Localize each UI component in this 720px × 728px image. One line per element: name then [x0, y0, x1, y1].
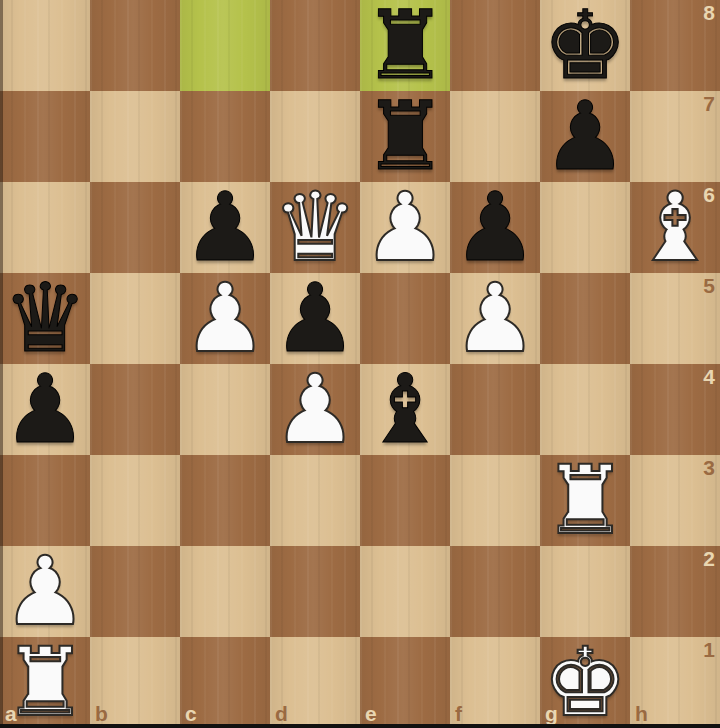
piece-black-pawn[interactable]: ♟	[450, 182, 540, 273]
square-d3[interactable]	[270, 455, 360, 546]
square-c4[interactable]	[180, 364, 270, 455]
square-h2[interactable]: 2	[630, 546, 720, 637]
piece-black-rook[interactable]: ♜	[360, 0, 450, 91]
piece-black-rook[interactable]: ♜	[360, 91, 450, 182]
square-h5[interactable]: 5	[630, 273, 720, 364]
piece-white-pawn[interactable]: ♟	[360, 182, 450, 273]
square-g4[interactable]	[540, 364, 630, 455]
board-bottom-edge	[0, 724, 720, 728]
square-e5[interactable]	[360, 273, 450, 364]
square-a1[interactable]: a♜	[0, 637, 90, 728]
piece-black-bishop[interactable]: ♝	[360, 364, 450, 455]
square-b5[interactable]	[90, 273, 180, 364]
piece-white-king[interactable]: ♚	[540, 637, 630, 728]
square-d4[interactable]: ♟	[270, 364, 360, 455]
square-d5[interactable]: ♟	[270, 273, 360, 364]
square-b1[interactable]: b	[90, 637, 180, 728]
piece-black-pawn[interactable]: ♟	[270, 273, 360, 364]
square-b3[interactable]	[90, 455, 180, 546]
square-g7[interactable]: ♟	[540, 91, 630, 182]
square-c8[interactable]	[180, 0, 270, 91]
square-d6[interactable]: ♛	[270, 182, 360, 273]
piece-white-pawn[interactable]: ♟	[180, 273, 270, 364]
coord-rank-8: 8	[703, 1, 715, 25]
coord-file-f: f	[455, 702, 462, 726]
square-g2[interactable]	[540, 546, 630, 637]
square-f7[interactable]	[450, 91, 540, 182]
square-e7[interactable]: ♜	[360, 91, 450, 182]
square-c3[interactable]	[180, 455, 270, 546]
square-e6[interactable]: ♟	[360, 182, 450, 273]
piece-white-pawn[interactable]: ♟	[270, 364, 360, 455]
square-b2[interactable]	[90, 546, 180, 637]
piece-white-rook[interactable]: ♜	[0, 637, 90, 728]
piece-black-pawn[interactable]: ♟	[0, 364, 90, 455]
square-h1[interactable]: 1h	[630, 637, 720, 728]
square-f2[interactable]	[450, 546, 540, 637]
square-d7[interactable]	[270, 91, 360, 182]
piece-black-king[interactable]: ♚	[540, 0, 630, 91]
square-f3[interactable]	[450, 455, 540, 546]
piece-black-queen[interactable]: ♛	[0, 273, 90, 364]
square-e1[interactable]: e	[360, 637, 450, 728]
square-c5[interactable]: ♟	[180, 273, 270, 364]
square-b4[interactable]	[90, 364, 180, 455]
square-c6[interactable]: ♟	[180, 182, 270, 273]
piece-white-pawn[interactable]: ♟	[0, 546, 90, 637]
square-c1[interactable]: c	[180, 637, 270, 728]
coord-rank-3: 3	[703, 456, 715, 480]
coord-rank-4: 4	[703, 365, 715, 389]
piece-black-pawn[interactable]: ♟	[180, 182, 270, 273]
coord-file-e: e	[365, 702, 377, 726]
square-c2[interactable]	[180, 546, 270, 637]
square-e2[interactable]	[360, 546, 450, 637]
square-g1[interactable]: g♚	[540, 637, 630, 728]
square-h8[interactable]: 8	[630, 0, 720, 91]
piece-white-pawn[interactable]: ♟	[450, 273, 540, 364]
square-d8[interactable]	[270, 0, 360, 91]
square-f6[interactable]: ♟	[450, 182, 540, 273]
square-g8[interactable]: ♚	[540, 0, 630, 91]
square-f4[interactable]	[450, 364, 540, 455]
coord-rank-1: 1	[703, 638, 715, 662]
square-g6[interactable]	[540, 182, 630, 273]
square-a2[interactable]: ♟	[0, 546, 90, 637]
square-a5[interactable]: ♛	[0, 273, 90, 364]
square-h4[interactable]: 4	[630, 364, 720, 455]
square-a8[interactable]	[0, 0, 90, 91]
square-b6[interactable]	[90, 182, 180, 273]
square-a4[interactable]: ♟	[0, 364, 90, 455]
board-left-edge	[0, 0, 3, 728]
piece-white-bishop[interactable]: ♝	[630, 182, 720, 273]
square-a6[interactable]	[0, 182, 90, 273]
square-e8[interactable]: ♜	[360, 0, 450, 91]
piece-white-rook[interactable]: ♜	[540, 455, 630, 546]
square-g5[interactable]	[540, 273, 630, 364]
square-b8[interactable]	[90, 0, 180, 91]
square-d2[interactable]	[270, 546, 360, 637]
piece-white-queen[interactable]: ♛	[270, 182, 360, 273]
square-d1[interactable]: d	[270, 637, 360, 728]
coord-file-b: b	[95, 702, 108, 726]
coord-rank-7: 7	[703, 92, 715, 116]
coord-rank-2: 2	[703, 547, 715, 571]
square-h3[interactable]: 3	[630, 455, 720, 546]
chess-board: ♜♚8♜♟7♟♛♟♟6♝♛♟♟♟5♟♟♝4♜3♟2a♜bcdefg♚1h	[0, 0, 720, 728]
chess-app-viewport: ♜♚8♜♟7♟♛♟♟6♝♛♟♟♟5♟♟♝4♜3♟2a♜bcdefg♚1h	[0, 0, 720, 728]
coord-file-h: h	[635, 702, 648, 726]
square-h6[interactable]: 6♝	[630, 182, 720, 273]
square-g3[interactable]: ♜	[540, 455, 630, 546]
square-e3[interactable]	[360, 455, 450, 546]
square-b7[interactable]	[90, 91, 180, 182]
coord-file-c: c	[185, 702, 197, 726]
square-a3[interactable]	[0, 455, 90, 546]
square-h7[interactable]: 7	[630, 91, 720, 182]
square-f1[interactable]: f	[450, 637, 540, 728]
square-e4[interactable]: ♝	[360, 364, 450, 455]
square-f5[interactable]: ♟	[450, 273, 540, 364]
square-a7[interactable]	[0, 91, 90, 182]
square-f8[interactable]	[450, 0, 540, 91]
coord-file-d: d	[275, 702, 288, 726]
square-c7[interactable]	[180, 91, 270, 182]
piece-black-pawn[interactable]: ♟	[540, 91, 630, 182]
